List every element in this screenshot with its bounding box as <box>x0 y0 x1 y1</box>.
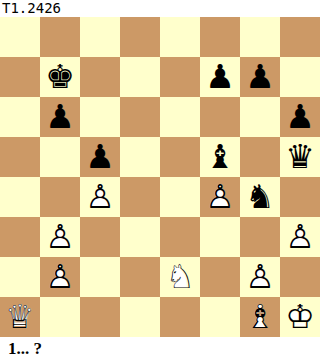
square-b8[interactable] <box>40 17 80 57</box>
piece-outline: ♕ <box>5 297 35 336</box>
piece-black-pawn-icon[interactable]: ♟ <box>40 97 80 137</box>
square-e4[interactable] <box>160 177 200 217</box>
square-g1[interactable]: ♝♗ <box>240 297 280 337</box>
square-e5[interactable] <box>160 137 200 177</box>
piece-black-king-icon[interactable]: ♚ <box>40 57 80 97</box>
square-f2[interactable] <box>200 257 240 297</box>
square-g5[interactable] <box>240 137 280 177</box>
square-d1[interactable] <box>120 297 160 337</box>
square-d5[interactable] <box>120 137 160 177</box>
square-c1[interactable] <box>80 297 120 337</box>
square-a8[interactable] <box>0 17 40 57</box>
square-c4[interactable]: ♟♙ <box>80 177 120 217</box>
piece-black-pawn-icon[interactable]: ♟ <box>280 97 320 137</box>
piece-outline: ♙ <box>85 177 115 216</box>
square-d6[interactable] <box>120 97 160 137</box>
piece-white-pawn-icon[interactable]: ♟♙ <box>80 177 120 217</box>
square-d3[interactable] <box>120 217 160 257</box>
square-d7[interactable] <box>120 57 160 97</box>
square-a1[interactable]: ♛♕ <box>0 297 40 337</box>
square-b1[interactable] <box>40 297 80 337</box>
square-a2[interactable] <box>0 257 40 297</box>
square-h1[interactable]: ♚♔ <box>280 297 320 337</box>
square-f4[interactable]: ♟♙ <box>200 177 240 217</box>
task-title: T1.2426 <box>0 0 320 17</box>
square-g8[interactable] <box>240 17 280 57</box>
square-f6[interactable] <box>200 97 240 137</box>
square-d2[interactable] <box>120 257 160 297</box>
square-c8[interactable] <box>80 17 120 57</box>
square-e3[interactable] <box>160 217 200 257</box>
square-c6[interactable] <box>80 97 120 137</box>
square-g6[interactable] <box>240 97 280 137</box>
square-f5[interactable]: ♝ <box>200 137 240 177</box>
square-h5[interactable]: ♛ <box>280 137 320 177</box>
piece-white-pawn-icon[interactable]: ♟♙ <box>40 257 80 297</box>
square-a4[interactable] <box>0 177 40 217</box>
square-f8[interactable] <box>200 17 240 57</box>
square-c3[interactable] <box>80 217 120 257</box>
square-d8[interactable] <box>120 17 160 57</box>
square-b3[interactable]: ♟♙ <box>40 217 80 257</box>
square-g4[interactable]: ♞ <box>240 177 280 217</box>
square-e7[interactable] <box>160 57 200 97</box>
piece-outline: ♔ <box>285 297 315 336</box>
square-b4[interactable] <box>40 177 80 217</box>
piece-outline: ♘ <box>165 257 195 296</box>
square-e2[interactable]: ♞♘ <box>160 257 200 297</box>
square-c5[interactable]: ♟ <box>80 137 120 177</box>
square-b7[interactable]: ♚ <box>40 57 80 97</box>
square-a7[interactable] <box>0 57 40 97</box>
piece-black-knight-icon[interactable]: ♞ <box>240 177 280 217</box>
square-b5[interactable] <box>40 137 80 177</box>
square-h2[interactable] <box>280 257 320 297</box>
piece-white-bishop-icon[interactable]: ♝♗ <box>240 297 280 337</box>
square-f7[interactable]: ♟ <box>200 57 240 97</box>
square-h4[interactable] <box>280 177 320 217</box>
square-e6[interactable] <box>160 97 200 137</box>
piece-black-queen-icon[interactable]: ♛ <box>280 137 320 177</box>
square-e1[interactable] <box>160 297 200 337</box>
square-b6[interactable]: ♟ <box>40 97 80 137</box>
square-f1[interactable] <box>200 297 240 337</box>
piece-black-pawn-icon[interactable]: ♟ <box>80 137 120 177</box>
square-a5[interactable] <box>0 137 40 177</box>
piece-white-pawn-icon[interactable]: ♟♙ <box>200 177 240 217</box>
square-g2[interactable]: ♟♙ <box>240 257 280 297</box>
square-h7[interactable] <box>280 57 320 97</box>
piece-black-pawn-icon[interactable]: ♟ <box>240 57 280 97</box>
piece-outline: ♙ <box>205 177 235 216</box>
square-a6[interactable] <box>0 97 40 137</box>
square-a3[interactable] <box>0 217 40 257</box>
square-h6[interactable]: ♟ <box>280 97 320 137</box>
square-g3[interactable] <box>240 217 280 257</box>
piece-white-king-icon[interactable]: ♚♔ <box>280 297 320 337</box>
piece-white-pawn-icon[interactable]: ♟♙ <box>240 257 280 297</box>
piece-white-queen-icon[interactable]: ♛♕ <box>0 297 40 337</box>
square-c2[interactable] <box>80 257 120 297</box>
piece-outline: ♙ <box>45 217 75 256</box>
square-c7[interactable] <box>80 57 120 97</box>
square-f3[interactable] <box>200 217 240 257</box>
square-b2[interactable]: ♟♙ <box>40 257 80 297</box>
piece-white-pawn-icon[interactable]: ♟♙ <box>280 217 320 257</box>
square-h3[interactable]: ♟♙ <box>280 217 320 257</box>
square-h8[interactable] <box>280 17 320 57</box>
piece-outline: ♙ <box>45 257 75 296</box>
square-d4[interactable] <box>120 177 160 217</box>
square-e8[interactable] <box>160 17 200 57</box>
chess-board: ♚♟♟♟♟♟♝♛♟♙♟♙♞♟♙♟♙♟♙♞♘♟♙♛♕♝♗♚♔ <box>0 17 320 337</box>
piece-black-pawn-icon[interactable]: ♟ <box>200 57 240 97</box>
piece-outline: ♗ <box>245 297 275 336</box>
piece-black-bishop-icon[interactable]: ♝ <box>200 137 240 177</box>
piece-white-pawn-icon[interactable]: ♟♙ <box>40 217 80 257</box>
square-g7[interactable]: ♟ <box>240 57 280 97</box>
piece-outline: ♙ <box>245 257 275 296</box>
piece-outline: ♙ <box>285 217 315 256</box>
move-prompt: 1... ? <box>0 337 320 360</box>
piece-white-knight-icon[interactable]: ♞♘ <box>160 257 200 297</box>
